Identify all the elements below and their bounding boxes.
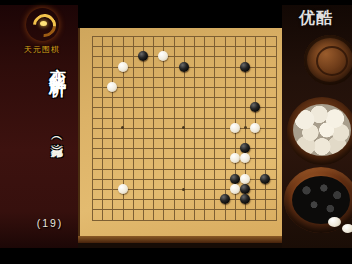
point-Q12 <box>240 102 250 112</box>
point-D19 <box>118 31 128 41</box>
point-J14 <box>169 82 179 92</box>
point-Q14 <box>240 82 250 92</box>
point-H3 <box>158 194 168 204</box>
point-H7 <box>158 153 168 163</box>
point-H17 <box>158 51 168 61</box>
point-G4 <box>148 184 158 194</box>
point-E15 <box>128 72 138 82</box>
point-D15 <box>118 72 128 82</box>
point-R3 <box>250 194 260 204</box>
point-K8 <box>179 143 189 153</box>
point-E4 <box>128 184 138 194</box>
point-K7 <box>179 153 189 163</box>
point-N7 <box>209 153 219 163</box>
point-L16 <box>189 62 199 72</box>
black-stone-O3 <box>220 194 230 204</box>
point-F15 <box>138 72 148 82</box>
point-L17 <box>189 51 199 61</box>
point-H15 <box>158 72 168 82</box>
point-M13 <box>199 92 209 102</box>
point-K19 <box>179 31 189 41</box>
point-P18 <box>230 41 240 51</box>
point-F18 <box>138 41 148 51</box>
point-D18 <box>118 41 128 51</box>
point-F5 <box>138 174 148 184</box>
point-P10 <box>230 123 240 133</box>
table-right-area: 优酷 <box>282 5 352 248</box>
point-A1 <box>87 214 97 224</box>
point-F19 <box>138 31 148 41</box>
point-O14 <box>219 82 229 92</box>
point-E3 <box>128 194 138 204</box>
white-stone-bowl <box>287 97 352 165</box>
black-stone-Q8 <box>240 143 250 153</box>
point-S2 <box>260 204 270 214</box>
white-stone-P10 <box>230 123 240 133</box>
point-P16 <box>230 62 240 72</box>
point-L15 <box>189 72 199 82</box>
point-R5 <box>250 174 260 184</box>
point-N12 <box>209 102 219 112</box>
point-N5 <box>209 174 219 184</box>
white-stone-R10 <box>250 123 260 133</box>
point-P4 <box>230 184 240 194</box>
point-R16 <box>250 62 260 72</box>
point-F6 <box>138 163 148 173</box>
point-O3 <box>219 194 229 204</box>
point-E11 <box>128 113 138 123</box>
black-stone-P5 <box>230 174 240 184</box>
go-board-front-edge <box>78 236 282 243</box>
point-E5 <box>128 174 138 184</box>
point-M18 <box>199 41 209 51</box>
point-K10 <box>179 123 189 133</box>
point-D1 <box>118 214 128 224</box>
point-S5 <box>260 174 270 184</box>
point-D17 <box>118 51 128 61</box>
point-H11 <box>158 113 168 123</box>
go-board-grid <box>87 31 281 225</box>
point-J18 <box>169 41 179 51</box>
point-O10 <box>219 123 229 133</box>
point-H9 <box>158 133 168 143</box>
point-K1 <box>179 214 189 224</box>
point-J15 <box>169 72 179 82</box>
point-E13 <box>128 92 138 102</box>
point-R19 <box>250 31 260 41</box>
point-D4 <box>118 184 128 194</box>
point-F17 <box>138 51 148 61</box>
point-T10 <box>270 123 280 133</box>
black-stones-in-bowl <box>292 176 350 224</box>
point-T7 <box>270 153 280 163</box>
point-N3 <box>209 194 219 204</box>
point-H14 <box>158 82 168 92</box>
point-S11 <box>260 113 270 123</box>
point-G13 <box>148 92 158 102</box>
white-stone-D16 <box>118 62 128 72</box>
point-R14 <box>250 82 260 92</box>
point-S8 <box>260 143 270 153</box>
point-S10 <box>260 123 270 133</box>
point-N9 <box>209 133 219 143</box>
point-J5 <box>169 174 179 184</box>
point-B3 <box>97 194 107 204</box>
point-P17 <box>230 51 240 61</box>
point-C18 <box>107 41 117 51</box>
point-P11 <box>230 113 240 123</box>
white-stones-in-bowl <box>293 104 351 156</box>
point-H5 <box>158 174 168 184</box>
point-T18 <box>270 41 280 51</box>
point-A3 <box>87 194 97 204</box>
point-L10 <box>189 123 199 133</box>
point-Q3 <box>240 194 250 204</box>
point-P14 <box>230 82 240 92</box>
point-S4 <box>260 184 270 194</box>
channel-name: 天元围棋 <box>24 45 76 54</box>
point-P19 <box>230 31 240 41</box>
point-N10 <box>209 123 219 133</box>
point-G9 <box>148 133 158 143</box>
point-A17 <box>87 51 97 61</box>
point-A16 <box>87 62 97 72</box>
point-N1 <box>209 214 219 224</box>
point-A5 <box>87 174 97 184</box>
point-S13 <box>260 92 270 102</box>
point-J7 <box>169 153 179 163</box>
point-M10 <box>199 123 209 133</box>
point-Q8 <box>240 143 250 153</box>
point-S1 <box>260 214 270 224</box>
point-D7 <box>118 153 128 163</box>
point-H10 <box>158 123 168 133</box>
point-G17 <box>148 51 158 61</box>
point-R13 <box>250 92 260 102</box>
point-T11 <box>270 113 280 123</box>
black-stone-R12 <box>250 102 260 112</box>
point-D11 <box>118 113 128 123</box>
point-E10 <box>128 123 138 133</box>
point-G19 <box>148 31 158 41</box>
point-T16 <box>270 62 280 72</box>
point-Q17 <box>240 51 250 61</box>
point-N18 <box>209 41 219 51</box>
point-R18 <box>250 41 260 51</box>
point-O6 <box>219 163 229 173</box>
point-N17 <box>209 51 219 61</box>
point-H16 <box>158 62 168 72</box>
video-frame: 天元围棋 变化解析 ︵流行布局︶ (19) 优酷 <box>0 0 352 264</box>
point-G6 <box>148 163 158 173</box>
point-J3 <box>169 194 179 204</box>
point-G18 <box>148 41 158 51</box>
point-J1 <box>169 214 179 224</box>
point-L13 <box>189 92 199 102</box>
point-K14 <box>179 82 189 92</box>
point-F8 <box>138 143 148 153</box>
stray-white-stone <box>328 217 341 227</box>
point-O18 <box>219 41 229 51</box>
point-O13 <box>219 92 229 102</box>
point-E1 <box>128 214 138 224</box>
point-K13 <box>179 92 189 102</box>
white-stone-Q7 <box>240 153 250 163</box>
point-N15 <box>209 72 219 82</box>
point-A11 <box>87 113 97 123</box>
white-stone-Q5 <box>240 174 250 184</box>
black-stone-Q3 <box>240 194 250 204</box>
point-J11 <box>169 113 179 123</box>
black-stone-bowl <box>284 167 352 233</box>
point-T15 <box>270 72 280 82</box>
point-L4 <box>189 184 199 194</box>
point-G7 <box>148 153 158 163</box>
point-R12 <box>250 102 260 112</box>
point-C9 <box>107 133 117 143</box>
point-P7 <box>230 153 240 163</box>
program-subtitle-vertical: ︵流行布局︶ <box>47 133 67 139</box>
point-T12 <box>270 102 280 112</box>
point-Q15 <box>240 72 250 82</box>
point-F2 <box>138 204 148 214</box>
point-S15 <box>260 72 270 82</box>
point-D5 <box>118 174 128 184</box>
point-E6 <box>128 163 138 173</box>
point-P13 <box>230 92 240 102</box>
point-H12 <box>158 102 168 112</box>
point-F9 <box>138 133 148 143</box>
bottom-letterbox-bar <box>0 248 352 264</box>
point-C19 <box>107 31 117 41</box>
point-M12 <box>199 102 209 112</box>
point-A7 <box>87 153 97 163</box>
point-H18 <box>158 41 168 51</box>
point-L8 <box>189 143 199 153</box>
point-M3 <box>199 194 209 204</box>
point-Q2 <box>240 204 250 214</box>
point-K12 <box>179 102 189 112</box>
point-N8 <box>209 143 219 153</box>
point-A10 <box>87 123 97 133</box>
point-T17 <box>270 51 280 61</box>
point-Q5 <box>240 174 250 184</box>
point-P2 <box>230 204 240 214</box>
point-O7 <box>219 153 229 163</box>
point-M11 <box>199 113 209 123</box>
point-T3 <box>270 194 280 204</box>
point-M19 <box>199 31 209 41</box>
point-F14 <box>138 82 148 92</box>
point-C11 <box>107 113 117 123</box>
point-G5 <box>148 174 158 184</box>
point-A13 <box>87 92 97 102</box>
point-S18 <box>260 41 270 51</box>
point-G8 <box>148 143 158 153</box>
point-F1 <box>138 214 148 224</box>
point-D9 <box>118 133 128 143</box>
point-O1 <box>219 214 229 224</box>
point-G15 <box>148 72 158 82</box>
point-E9 <box>128 133 138 143</box>
point-L1 <box>189 214 199 224</box>
point-C15 <box>107 72 117 82</box>
point-J10 <box>169 123 179 133</box>
program-title-vertical: 变化解析 <box>45 55 69 71</box>
point-P6 <box>230 163 240 173</box>
point-O15 <box>219 72 229 82</box>
point-F16 <box>138 62 148 72</box>
point-M2 <box>199 204 209 214</box>
point-K4 <box>179 184 189 194</box>
point-J8 <box>169 143 179 153</box>
point-L11 <box>189 113 199 123</box>
point-Q11 <box>240 113 250 123</box>
point-B18 <box>97 41 107 51</box>
black-stone-K16 <box>179 62 189 72</box>
point-S19 <box>260 31 270 41</box>
point-O19 <box>219 31 229 41</box>
point-R11 <box>250 113 260 123</box>
point-C4 <box>107 184 117 194</box>
point-D14 <box>118 82 128 92</box>
white-stone-H17 <box>158 51 168 61</box>
point-K17 <box>179 51 189 61</box>
point-D13 <box>118 92 128 102</box>
point-B6 <box>97 163 107 173</box>
point-J12 <box>169 102 179 112</box>
point-O17 <box>219 51 229 61</box>
point-G11 <box>148 113 158 123</box>
point-A8 <box>87 143 97 153</box>
point-A6 <box>87 163 97 173</box>
point-A4 <box>87 184 97 194</box>
point-D6 <box>118 163 128 173</box>
point-Q1 <box>240 214 250 224</box>
point-Q18 <box>240 41 250 51</box>
point-L5 <box>189 174 199 184</box>
point-H13 <box>158 92 168 102</box>
point-R8 <box>250 143 260 153</box>
point-C16 <box>107 62 117 72</box>
point-O8 <box>219 143 229 153</box>
point-O2 <box>219 204 229 214</box>
point-B16 <box>97 62 107 72</box>
point-B14 <box>97 82 107 92</box>
point-G12 <box>148 102 158 112</box>
point-H2 <box>158 204 168 214</box>
move-counter: (19) <box>26 217 74 229</box>
point-J13 <box>169 92 179 102</box>
point-F3 <box>138 194 148 204</box>
point-E18 <box>128 41 138 51</box>
point-K5 <box>179 174 189 184</box>
point-G2 <box>148 204 158 214</box>
point-M1 <box>199 214 209 224</box>
point-P9 <box>230 133 240 143</box>
point-T4 <box>270 184 280 194</box>
point-F4 <box>138 184 148 194</box>
point-T2 <box>270 204 280 214</box>
black-stone-F17 <box>138 51 148 61</box>
point-H8 <box>158 143 168 153</box>
point-M14 <box>199 82 209 92</box>
point-F7 <box>138 153 148 163</box>
point-C14 <box>107 82 117 92</box>
point-H4 <box>158 184 168 194</box>
point-C8 <box>107 143 117 153</box>
point-G10 <box>148 123 158 133</box>
white-stone-P4 <box>230 184 240 194</box>
point-T8 <box>270 143 280 153</box>
point-Q10 <box>240 123 250 133</box>
point-B1 <box>97 214 107 224</box>
point-M7 <box>199 153 209 163</box>
point-C2 <box>107 204 117 214</box>
point-T19 <box>270 31 280 41</box>
point-Q4 <box>240 184 250 194</box>
point-R17 <box>250 51 260 61</box>
point-N11 <box>209 113 219 123</box>
point-S12 <box>260 102 270 112</box>
point-T6 <box>270 163 280 173</box>
stray-white-stone <box>342 224 352 233</box>
point-A18 <box>87 41 97 51</box>
point-M5 <box>199 174 209 184</box>
point-M6 <box>199 163 209 173</box>
point-O16 <box>219 62 229 72</box>
point-M16 <box>199 62 209 72</box>
point-L2 <box>189 204 199 214</box>
point-O5 <box>219 174 229 184</box>
point-N16 <box>209 62 219 72</box>
point-K9 <box>179 133 189 143</box>
point-N19 <box>209 31 219 41</box>
point-S17 <box>260 51 270 61</box>
point-L3 <box>189 194 199 204</box>
point-E12 <box>128 102 138 112</box>
point-J16 <box>169 62 179 72</box>
point-D3 <box>118 194 128 204</box>
point-J4 <box>169 184 179 194</box>
point-N13 <box>209 92 219 102</box>
point-B9 <box>97 133 107 143</box>
point-J19 <box>169 31 179 41</box>
point-E14 <box>128 82 138 92</box>
black-stone-S5 <box>260 174 270 184</box>
point-M9 <box>199 133 209 143</box>
point-N4 <box>209 184 219 194</box>
caption-panel: 天元围棋 变化解析 ︵流行布局︶ (19) <box>0 5 78 248</box>
point-S9 <box>260 133 270 143</box>
point-A2 <box>87 204 97 214</box>
point-Q9 <box>240 133 250 143</box>
point-B10 <box>97 123 107 133</box>
point-D8 <box>118 143 128 153</box>
point-R9 <box>250 133 260 143</box>
point-S14 <box>260 82 270 92</box>
point-D12 <box>118 102 128 112</box>
point-F11 <box>138 113 148 123</box>
white-stone-D4 <box>118 184 128 194</box>
point-L6 <box>189 163 199 173</box>
point-B12 <box>97 102 107 112</box>
point-O12 <box>219 102 229 112</box>
point-A9 <box>87 133 97 143</box>
point-K3 <box>179 194 189 204</box>
point-C3 <box>107 194 117 204</box>
go-board <box>78 28 282 237</box>
